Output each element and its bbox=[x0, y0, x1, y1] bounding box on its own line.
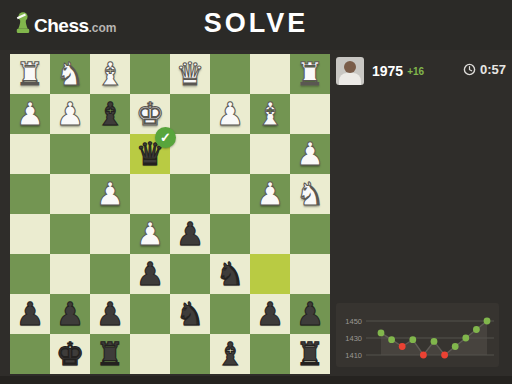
black-knight-piece: ♞ bbox=[170, 294, 210, 334]
board-square[interactable]: ♟ bbox=[290, 134, 330, 174]
avatar-shoulders bbox=[339, 73, 361, 85]
rating-change: +16 bbox=[407, 66, 424, 77]
black-king-piece: ♚ bbox=[50, 334, 90, 374]
board-square[interactable]: ♟ bbox=[210, 94, 250, 134]
board-square[interactable] bbox=[290, 254, 330, 294]
board-square[interactable]: ♜ bbox=[290, 54, 330, 94]
board-square[interactable]: ♞ bbox=[170, 294, 210, 334]
black-pawn-piece: ♟ bbox=[10, 294, 50, 334]
chess-board[interactable]: ✓ ♜♞♝♛♜♟♟♝♚♟♝♛♟♟♟♞♟♟♟♞♟♟♟♞♟♟♚♜♝♜ bbox=[10, 54, 330, 374]
white-rook-piece: ♜ bbox=[10, 54, 50, 94]
white-pawn-piece: ♟ bbox=[90, 174, 130, 214]
board-square[interactable]: ♟ bbox=[10, 294, 50, 334]
clock-icon bbox=[463, 63, 476, 76]
board-square[interactable] bbox=[10, 334, 50, 374]
white-bishop-piece: ♝ bbox=[90, 54, 130, 94]
puzzle-result-dot-loss bbox=[441, 352, 448, 359]
board-square[interactable] bbox=[250, 134, 290, 174]
board-square[interactable]: ♞ bbox=[290, 174, 330, 214]
board-square[interactable] bbox=[130, 334, 170, 374]
board-square[interactable] bbox=[50, 254, 90, 294]
puzzle-result-dot-win bbox=[431, 338, 438, 345]
puzzle-result-dot-win bbox=[462, 335, 469, 342]
white-rook-piece: ♜ bbox=[290, 54, 330, 94]
board-square[interactable]: ♟ bbox=[130, 214, 170, 254]
board-square[interactable]: ♟ bbox=[170, 214, 210, 254]
black-rook-piece: ♜ bbox=[290, 334, 330, 374]
puzzle-result-dot-win bbox=[452, 343, 459, 350]
board-square[interactable] bbox=[50, 174, 90, 214]
avatar[interactable] bbox=[336, 57, 364, 85]
board-square[interactable] bbox=[210, 214, 250, 254]
board-square[interactable] bbox=[210, 134, 250, 174]
board-square[interactable]: ♚ bbox=[50, 334, 90, 374]
y-tick-label: 1410 bbox=[345, 351, 362, 360]
black-pawn-piece: ♟ bbox=[170, 214, 210, 254]
board-square[interactable] bbox=[250, 334, 290, 374]
correct-move-check-icon: ✓ bbox=[155, 127, 176, 148]
board-square[interactable] bbox=[90, 214, 130, 254]
board-square[interactable] bbox=[10, 254, 50, 294]
timer-text: 0:57 bbox=[480, 62, 506, 77]
board-square[interactable]: ♟ bbox=[130, 254, 170, 294]
board-square[interactable] bbox=[210, 174, 250, 214]
white-pawn-piece: ♟ bbox=[290, 134, 330, 174]
white-knight-piece: ♞ bbox=[50, 54, 90, 94]
board-square[interactable]: ♟ bbox=[10, 94, 50, 134]
white-bishop-piece: ♝ bbox=[250, 94, 290, 134]
board-square[interactable]: ♝ bbox=[90, 54, 130, 94]
board-square[interactable] bbox=[10, 134, 50, 174]
board-square[interactable] bbox=[50, 134, 90, 174]
black-rook-piece: ♜ bbox=[90, 334, 130, 374]
board-square[interactable]: ♞ bbox=[210, 254, 250, 294]
top-bar: Chess.com SOLVE bbox=[0, 0, 512, 50]
board-square[interactable] bbox=[50, 214, 90, 254]
board-square[interactable] bbox=[250, 214, 290, 254]
pawn-logo-icon bbox=[14, 10, 32, 39]
board-square[interactable] bbox=[130, 54, 170, 94]
board-square[interactable] bbox=[210, 294, 250, 334]
board-square[interactable] bbox=[290, 94, 330, 134]
y-tick-label: 1430 bbox=[345, 334, 362, 343]
board-square[interactable]: ♟ bbox=[90, 294, 130, 334]
puzzle-result-dot-loss bbox=[420, 352, 427, 359]
board-square[interactable]: ♟ bbox=[290, 294, 330, 334]
puzzle-rating: 1975 bbox=[372, 63, 403, 79]
black-knight-piece: ♞ bbox=[210, 254, 250, 294]
puzzle-result-dot-win bbox=[473, 326, 480, 333]
white-pawn-piece: ♟ bbox=[130, 214, 170, 254]
board-square[interactable]: ♛ bbox=[170, 54, 210, 94]
board-square[interactable]: ♟ bbox=[50, 294, 90, 334]
black-bishop-piece: ♝ bbox=[210, 334, 250, 374]
white-queen-piece: ♛ bbox=[170, 54, 210, 94]
black-pawn-piece: ♟ bbox=[50, 294, 90, 334]
board-square[interactable] bbox=[290, 214, 330, 254]
board-square[interactable]: ♞ bbox=[50, 54, 90, 94]
rating-wrap: 1975 +16 bbox=[372, 63, 424, 79]
board-square[interactable] bbox=[10, 214, 50, 254]
board-square[interactable]: ♟ bbox=[250, 174, 290, 214]
page-title: SOLVE bbox=[204, 8, 309, 39]
board-square[interactable]: ♟ bbox=[90, 174, 130, 214]
board-square[interactable] bbox=[170, 94, 210, 134]
black-bishop-piece: ♝ bbox=[90, 94, 130, 134]
black-pawn-piece: ♟ bbox=[130, 254, 170, 294]
board-square[interactable]: ♟ bbox=[50, 94, 90, 134]
board-square[interactable]: ♜ bbox=[10, 54, 50, 94]
rating-chart-card: 145014301410 bbox=[336, 303, 499, 367]
chesscom-logo[interactable]: Chess.com bbox=[14, 10, 117, 39]
board-square[interactable] bbox=[170, 174, 210, 214]
board-square[interactable] bbox=[170, 254, 210, 294]
board-square[interactable] bbox=[170, 334, 210, 374]
puzzle-timer: 0:57 bbox=[463, 62, 506, 77]
white-knight-piece: ♞ bbox=[290, 174, 330, 214]
puzzle-result-dot-win bbox=[388, 336, 395, 343]
puzzle-result-dot-win bbox=[484, 318, 491, 325]
board-square[interactable] bbox=[90, 254, 130, 294]
board-square[interactable]: ♜ bbox=[90, 334, 130, 374]
board-square[interactable] bbox=[250, 54, 290, 94]
board-square[interactable]: ♝ bbox=[250, 94, 290, 134]
white-pawn-piece: ♟ bbox=[210, 94, 250, 134]
board-square[interactable] bbox=[10, 174, 50, 214]
board-square[interactable]: ♜ bbox=[290, 334, 330, 374]
board-square[interactable]: ♝ bbox=[90, 94, 130, 134]
logo-suffix: .com bbox=[89, 17, 117, 39]
puzzle-result-dot-win bbox=[409, 336, 416, 343]
black-pawn-piece: ♟ bbox=[90, 294, 130, 334]
board-square[interactable] bbox=[90, 134, 130, 174]
board-square[interactable] bbox=[210, 54, 250, 94]
white-pawn-piece: ♟ bbox=[10, 94, 50, 134]
puzzle-result-dot-loss bbox=[399, 343, 406, 350]
board-square[interactable] bbox=[170, 134, 210, 174]
avatar-head bbox=[344, 61, 356, 73]
rating-graph: 145014301410 bbox=[336, 303, 499, 367]
player-row: 1975 +16 bbox=[336, 57, 424, 85]
black-pawn-piece: ♟ bbox=[250, 294, 290, 334]
logo-text: Chess bbox=[34, 13, 89, 39]
bottom-strip bbox=[0, 376, 512, 384]
board-square[interactable] bbox=[250, 254, 290, 294]
board-square[interactable] bbox=[130, 294, 170, 334]
board-square[interactable]: ♝ bbox=[210, 334, 250, 374]
board-square[interactable] bbox=[130, 174, 170, 214]
white-pawn-piece: ♟ bbox=[250, 174, 290, 214]
board-square[interactable]: ♟ bbox=[250, 294, 290, 334]
puzzle-result-dot-win bbox=[378, 330, 385, 337]
y-tick-label: 1450 bbox=[345, 317, 362, 326]
white-pawn-piece: ♟ bbox=[50, 94, 90, 134]
black-pawn-piece: ♟ bbox=[290, 294, 330, 334]
chesscom-solve-screen: Chess.com SOLVE ✓ ♜♞♝♛♜♟♟♝♚♟♝♛♟♟♟♞♟♟♟♞♟♟… bbox=[0, 0, 512, 384]
